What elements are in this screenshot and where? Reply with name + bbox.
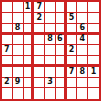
cell-r8c8[interactable] — [77, 78, 88, 89]
cell-r2c1[interactable] — [2, 13, 13, 24]
cell-r1c5[interactable] — [45, 2, 56, 13]
cell-r8c2[interactable]: 9 — [13, 78, 24, 89]
cell-r3c1[interactable] — [2, 24, 13, 35]
cell-r5c7[interactable]: 2 — [67, 45, 78, 56]
cell-r7c4[interactable] — [34, 67, 45, 78]
cell-r6c8[interactable] — [77, 56, 88, 67]
cell-r1c6[interactable] — [56, 2, 67, 13]
cell-r2c4[interactable]: 2 — [34, 13, 45, 24]
cell-r3c6[interactable] — [56, 24, 67, 35]
cell-r8c7[interactable] — [67, 78, 78, 89]
cell-r8c6[interactable] — [56, 78, 67, 89]
cell-r3c9[interactable] — [88, 24, 99, 35]
cell-r6c4[interactable] — [34, 56, 45, 67]
cell-r1c4[interactable]: 7 — [34, 2, 45, 13]
cell-r4c5[interactable]: 8 — [45, 35, 56, 46]
cell-r6c2[interactable] — [13, 56, 24, 67]
cell-r9c4[interactable] — [34, 88, 45, 99]
cell-r5c2[interactable] — [13, 45, 24, 56]
cell-r8c3[interactable] — [24, 78, 35, 89]
cell-r6c3[interactable] — [24, 56, 35, 67]
cell-r1c3[interactable]: 1 — [24, 2, 35, 13]
cell-r4c6[interactable]: 6 — [56, 35, 67, 46]
cell-r1c2[interactable] — [13, 2, 24, 13]
cell-r8c9[interactable] — [88, 78, 99, 89]
cell-r2c2[interactable] — [13, 13, 24, 24]
sudoku-board: 17258686472781293 — [0, 0, 101, 101]
cell-r2c5[interactable] — [45, 13, 56, 24]
cell-r3c5[interactable] — [45, 24, 56, 35]
cell-r6c6[interactable] — [56, 56, 67, 67]
cell-r9c6[interactable] — [56, 88, 67, 99]
cell-r4c1[interactable] — [2, 35, 13, 46]
cell-r9c9[interactable] — [88, 88, 99, 99]
cell-r9c2[interactable] — [13, 88, 24, 99]
cell-r7c2[interactable] — [13, 67, 24, 78]
cell-r4c2[interactable] — [13, 35, 24, 46]
cell-r5c1[interactable]: 7 — [2, 45, 13, 56]
cell-r3c4[interactable] — [34, 24, 45, 35]
cell-r6c7[interactable] — [67, 56, 78, 67]
cell-r1c9[interactable] — [88, 2, 99, 13]
cell-r2c3[interactable] — [24, 13, 35, 24]
cell-r2c9[interactable] — [88, 13, 99, 24]
cell-r5c8[interactable] — [77, 45, 88, 56]
cell-r2c8[interactable] — [77, 13, 88, 24]
cell-r8c5[interactable]: 3 — [45, 78, 56, 89]
cell-r7c6[interactable] — [56, 67, 67, 78]
cell-r3c2[interactable]: 8 — [13, 24, 24, 35]
cell-r6c1[interactable] — [2, 56, 13, 67]
cell-r9c3[interactable] — [24, 88, 35, 99]
cell-r4c8[interactable]: 4 — [77, 35, 88, 46]
cell-r7c9[interactable]: 1 — [88, 67, 99, 78]
cell-r6c9[interactable] — [88, 56, 99, 67]
cell-r5c4[interactable] — [34, 45, 45, 56]
cell-r2c7[interactable]: 5 — [67, 13, 78, 24]
cell-r6c5[interactable] — [45, 56, 56, 67]
cell-r1c7[interactable] — [67, 2, 78, 13]
cell-r5c5[interactable] — [45, 45, 56, 56]
cell-r9c1[interactable] — [2, 88, 13, 99]
cell-r4c3[interactable] — [24, 35, 35, 46]
cell-r3c3[interactable] — [24, 24, 35, 35]
cell-r5c9[interactable] — [88, 45, 99, 56]
cell-r1c8[interactable] — [77, 2, 88, 13]
cell-r9c7[interactable] — [67, 88, 78, 99]
cell-r7c7[interactable]: 7 — [67, 67, 78, 78]
cell-r8c1[interactable]: 2 — [2, 78, 13, 89]
cell-r8c4[interactable] — [34, 78, 45, 89]
cell-r4c9[interactable] — [88, 35, 99, 46]
cell-r2c6[interactable] — [56, 13, 67, 24]
cell-r5c3[interactable] — [24, 45, 35, 56]
cell-r3c8[interactable]: 6 — [77, 24, 88, 35]
cell-r5c6[interactable] — [56, 45, 67, 56]
cell-r7c8[interactable]: 8 — [77, 67, 88, 78]
cell-r4c7[interactable] — [67, 35, 78, 46]
cell-r9c8[interactable] — [77, 88, 88, 99]
cell-r7c5[interactable] — [45, 67, 56, 78]
cell-r7c3[interactable] — [24, 67, 35, 78]
cell-r3c7[interactable] — [67, 24, 78, 35]
cell-r1c1[interactable] — [2, 2, 13, 13]
cell-r9c5[interactable] — [45, 88, 56, 99]
cell-r7c1[interactable] — [2, 67, 13, 78]
cell-r4c4[interactable] — [34, 35, 45, 46]
